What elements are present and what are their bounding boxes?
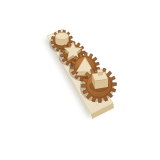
- toy-photo: [0, 0, 160, 160]
- wooden-gear-toy-illustration: [0, 0, 160, 160]
- knob-circle: [55, 32, 68, 39]
